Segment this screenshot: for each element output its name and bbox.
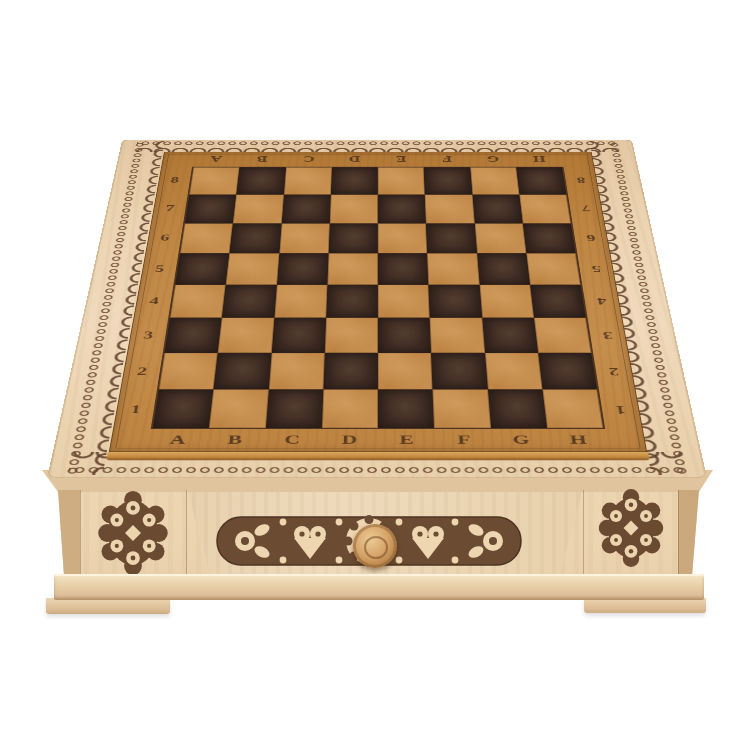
square-e1 bbox=[378, 389, 434, 428]
pillar-seam bbox=[80, 490, 81, 576]
drawer-knob bbox=[353, 524, 397, 568]
board-lid: A B C D E F G H 8 7 6 5 4 3 2 1 8 7 bbox=[47, 140, 707, 478]
file-label: F bbox=[457, 432, 471, 447]
rank-label: 6 bbox=[160, 232, 171, 243]
square-a7 bbox=[185, 195, 237, 224]
square-g3 bbox=[482, 318, 538, 353]
square-e8 bbox=[378, 167, 425, 194]
rank-label: 5 bbox=[591, 263, 602, 274]
rank-label: 4 bbox=[148, 295, 159, 307]
chessboard: A B C D E F G H 8 7 6 5 4 3 2 1 8 7 bbox=[109, 152, 647, 452]
square-b6 bbox=[230, 223, 282, 253]
product-photo-scene: A B C D E F G H 8 7 6 5 4 3 2 1 8 7 bbox=[0, 0, 755, 755]
rank-label: 3 bbox=[142, 329, 154, 342]
file-label: B bbox=[227, 432, 243, 447]
file-label: C bbox=[284, 432, 300, 447]
square-f1 bbox=[433, 389, 491, 428]
square-f7 bbox=[425, 195, 474, 224]
square-b4 bbox=[222, 285, 277, 318]
square-h3 bbox=[534, 318, 591, 353]
square-c3 bbox=[271, 318, 326, 353]
square-b1 bbox=[209, 389, 268, 428]
square-d2 bbox=[323, 353, 378, 390]
square-a8 bbox=[189, 167, 239, 194]
pillar-seam bbox=[678, 490, 679, 576]
rank-label: 6 bbox=[585, 232, 596, 243]
square-c8 bbox=[284, 167, 332, 194]
square-a1 bbox=[153, 389, 214, 428]
square-a3 bbox=[165, 318, 222, 353]
file-label: D bbox=[349, 154, 361, 163]
file-label: G bbox=[487, 154, 500, 163]
square-f2 bbox=[431, 353, 487, 390]
square-g2 bbox=[485, 353, 543, 390]
rank-label: 8 bbox=[576, 175, 586, 185]
scallop-border-top bbox=[135, 141, 619, 152]
square-a4 bbox=[170, 285, 226, 318]
square-b7 bbox=[233, 195, 283, 224]
file-label: D bbox=[341, 432, 357, 447]
square-d4 bbox=[326, 285, 378, 318]
file-label: B bbox=[257, 154, 268, 163]
square-c4 bbox=[274, 285, 327, 318]
square-b2 bbox=[214, 353, 272, 390]
square-a6 bbox=[180, 223, 233, 253]
pillar-seam bbox=[583, 490, 584, 576]
rosette-medallion-right bbox=[594, 489, 668, 567]
square-h2 bbox=[538, 353, 597, 390]
square-e2 bbox=[378, 353, 433, 390]
square-d5 bbox=[327, 253, 378, 284]
square-e5 bbox=[378, 253, 429, 284]
rank-label: 3 bbox=[602, 329, 614, 342]
pillar-seam bbox=[186, 490, 187, 576]
square-c2 bbox=[268, 353, 324, 390]
rank-label: 1 bbox=[129, 402, 141, 416]
square-f6 bbox=[426, 223, 477, 253]
file-label: A bbox=[169, 432, 187, 447]
square-f5 bbox=[427, 253, 479, 284]
square-b5 bbox=[226, 253, 279, 284]
square-g8 bbox=[470, 167, 519, 194]
square-g5 bbox=[477, 253, 530, 284]
square-d7 bbox=[330, 195, 378, 224]
file-label: G bbox=[512, 432, 530, 447]
square-e4 bbox=[378, 285, 430, 318]
square-e7 bbox=[378, 195, 426, 224]
rank-label: 1 bbox=[614, 402, 626, 416]
file-label: C bbox=[303, 154, 315, 163]
square-c1 bbox=[265, 389, 323, 428]
rosette-medallion-left bbox=[92, 491, 174, 575]
square-h1 bbox=[542, 389, 603, 428]
square-d3 bbox=[325, 318, 378, 353]
rank-label: 8 bbox=[170, 175, 180, 185]
square-a2 bbox=[159, 353, 218, 390]
file-label: H bbox=[569, 432, 588, 447]
square-g1 bbox=[487, 389, 546, 428]
square-f4 bbox=[429, 285, 482, 318]
square-e3 bbox=[378, 318, 431, 353]
foot-left bbox=[46, 598, 170, 614]
square-g7 bbox=[472, 195, 523, 224]
foot-right bbox=[584, 598, 706, 613]
square-c7 bbox=[281, 195, 330, 224]
square-e6 bbox=[378, 223, 427, 253]
square-b8 bbox=[236, 167, 285, 194]
square-h4 bbox=[530, 285, 586, 318]
rank-label: 2 bbox=[136, 365, 148, 378]
square-h6 bbox=[523, 223, 576, 253]
square-h5 bbox=[526, 253, 580, 284]
square-f8 bbox=[424, 167, 472, 194]
file-label: E bbox=[396, 154, 407, 163]
rank-label: 7 bbox=[165, 203, 175, 213]
file-label: H bbox=[532, 154, 545, 163]
square-g6 bbox=[474, 223, 526, 253]
base-plinth bbox=[54, 574, 704, 600]
square-h8 bbox=[516, 167, 566, 194]
square-d1 bbox=[322, 389, 378, 428]
square-a5 bbox=[175, 253, 229, 284]
file-labels-top: A B C D E F G H bbox=[192, 152, 563, 166]
file-label: E bbox=[399, 432, 414, 447]
file-labels-bottom: A B C D E F G H bbox=[147, 429, 608, 450]
square-b3 bbox=[218, 318, 274, 353]
file-label: A bbox=[210, 154, 223, 163]
rank-label: 5 bbox=[154, 263, 165, 274]
square-g4 bbox=[479, 285, 534, 318]
square-h7 bbox=[519, 195, 571, 224]
square-c6 bbox=[279, 223, 330, 253]
square-c5 bbox=[277, 253, 329, 284]
file-label: F bbox=[442, 154, 452, 163]
square-f3 bbox=[430, 318, 485, 353]
square-d8 bbox=[331, 167, 378, 194]
rank-label: 7 bbox=[581, 203, 591, 213]
square-d6 bbox=[328, 223, 377, 253]
rank-label: 2 bbox=[608, 365, 620, 378]
board-grid bbox=[151, 167, 606, 430]
rank-label: 4 bbox=[596, 295, 607, 307]
